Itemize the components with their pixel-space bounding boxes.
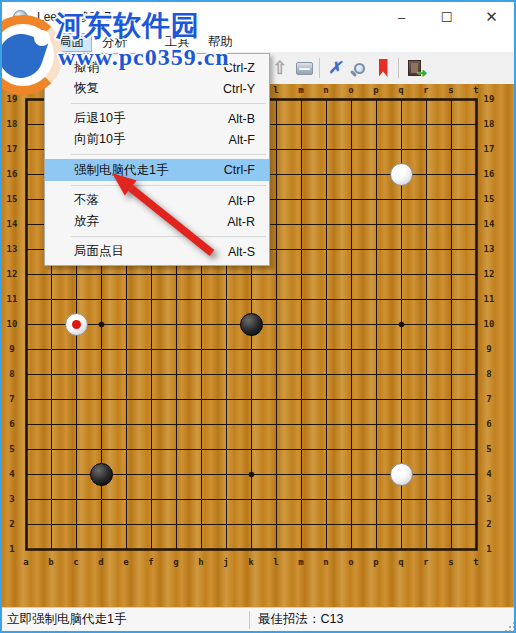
menu-item-shortcut: Alt-R [227, 215, 255, 229]
best-move-readout: 最佳招法：C13 [250, 611, 343, 628]
stone-white-q4[interactable] [390, 463, 413, 486]
watermark-site-url: www.pc0359.cn [58, 44, 230, 71]
save-disk-icon[interactable] [292, 55, 316, 81]
menu-item-shortcut: Alt-F [229, 133, 255, 147]
stone-white-c10[interactable] [65, 313, 88, 336]
analyze-magnifier-icon[interactable] [347, 55, 371, 81]
menu-item-shortcut: Alt-B [228, 112, 255, 126]
context-menu-item[interactable]: 恢复Ctrl-Y [45, 78, 269, 99]
app-window: Leela - 移动 7 – ☐ ✕ 文件 局面 分析 工具 帮助 + + ⇧ … [0, 0, 516, 633]
exit-door-icon[interactable]: ➜ [402, 55, 426, 81]
maximize-button[interactable]: ☐ [424, 2, 469, 32]
menu-item-shortcut: Ctrl-Y [223, 82, 255, 96]
pass-up-icon[interactable]: ⇧ [268, 55, 292, 81]
context-menu-item[interactable]: 后退10手Alt-B [45, 108, 269, 129]
menu-separator [71, 103, 266, 104]
toolbar-separator [398, 58, 399, 78]
menu-item-label: 后退10手 [74, 110, 218, 127]
toolbar-separator [319, 58, 320, 78]
status-bar: 立即强制电脑代走1手 最佳招法：C13 [2, 607, 514, 631]
bookmark-flag-icon[interactable] [371, 55, 395, 81]
menu-item-label: 恢复 [74, 80, 213, 97]
last-move-marker [72, 320, 81, 329]
minimize-button[interactable]: – [379, 2, 424, 32]
watermark-site-name: 河东软件园 [55, 7, 200, 45]
resize-grip[interactable] [509, 626, 511, 628]
menu-item-shortcut: Alt-P [228, 194, 255, 208]
context-menu-item[interactable]: 向前10手Alt-F [45, 129, 269, 150]
menu-item-shortcut: Alt-S [228, 245, 255, 259]
close-button[interactable]: ✕ [469, 2, 514, 32]
delete-x-icon[interactable]: ✗ [323, 55, 347, 81]
stone-black-d4[interactable] [90, 463, 113, 486]
status-message: 立即强制电脑代走1手 [2, 611, 249, 628]
menu-separator [71, 154, 266, 155]
stone-black-k10[interactable] [240, 313, 263, 336]
annotation-arrow [100, 165, 230, 265]
menu-item-label: 向前10手 [74, 131, 219, 148]
stone-white-q16[interactable] [390, 163, 413, 186]
